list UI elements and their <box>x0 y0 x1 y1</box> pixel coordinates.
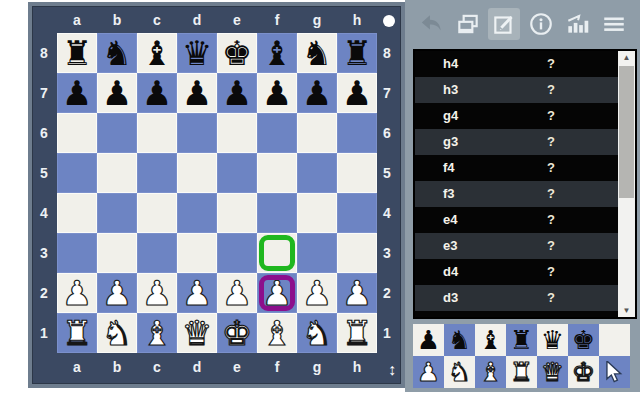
file-label-b: b <box>97 9 137 31</box>
cascade-windows-icon[interactable] <box>452 8 484 40</box>
scrollbar[interactable]: ▲ ▼ <box>618 51 635 317</box>
square-a3[interactable] <box>57 233 97 273</box>
rank-label-6: 6 <box>376 113 398 153</box>
square-a1[interactable]: ♜ <box>57 313 97 353</box>
rank-label-2: 2 <box>376 273 398 313</box>
black-knight: ♞ <box>297 33 337 73</box>
square-c2[interactable]: ♟ <box>137 273 177 313</box>
square-b6[interactable] <box>97 113 137 153</box>
move-value: ? <box>547 51 555 77</box>
white-king: ♚ <box>217 313 257 353</box>
palette-black-queen[interactable]: ♛ <box>537 324 568 356</box>
palette-black-pawn[interactable]: ♟ <box>413 324 444 356</box>
white-rook: ♜ <box>57 313 97 353</box>
undo-arrow-icon[interactable] <box>415 8 447 40</box>
move-label: e3 <box>443 233 457 259</box>
square-a7[interactable]: ♟ <box>57 73 97 113</box>
file-label-g: g <box>297 9 337 31</box>
square-c8[interactable]: ♝ <box>137 33 177 73</box>
rank-labels-right: 87654321 <box>376 33 398 353</box>
black-bishop: ♝ <box>137 33 177 73</box>
palette-piece-glyph: ♝ <box>475 356 506 388</box>
move-row-c4[interactable]: c4? <box>415 311 618 317</box>
square-g8[interactable]: ♞ <box>297 33 337 73</box>
black-pawn: ♟ <box>217 73 257 113</box>
black-rook: ♜ <box>57 33 97 73</box>
square-d4[interactable] <box>177 193 217 233</box>
white-queen: ♛ <box>177 313 217 353</box>
side-panel: h4?h3?g4?g3?f4?f3?e4?e3?d4?d3?c4? ▲ ▼ ♟♞… <box>405 0 640 392</box>
palette-piece-glyph: ♞ <box>444 356 475 388</box>
square-d7[interactable]: ♟ <box>177 73 217 113</box>
move-label: h4 <box>443 51 458 77</box>
file-label-c: c <box>137 9 177 31</box>
move-label: h3 <box>443 77 458 103</box>
black-rook: ♜ <box>337 33 377 73</box>
black-king: ♚ <box>217 33 257 73</box>
square-c5[interactable] <box>137 153 177 193</box>
white-pawn: ♟ <box>97 273 137 313</box>
move-value: ? <box>547 259 555 285</box>
move-list-rows: h4?h3?g4?g3?f4?f3?e4?e3?d4?d3?c4? <box>415 51 618 317</box>
edit-position-icon[interactable] <box>488 8 520 40</box>
square-g2[interactable]: ♟ <box>297 273 337 313</box>
chess-board: ♜♞♝♛♚♝♞♜♟♟♟♟♟♟♟♟♟♟♟♟♟♟♟♟♜♞♝♛♚♝♞♜ <box>57 33 377 353</box>
black-pawn: ♟ <box>177 73 217 113</box>
palette-white-rook[interactable]: ♜ <box>506 356 537 388</box>
board-window: abcdefgh abcdefgh 87654321 87654321 ↕ ♜♞… <box>28 2 405 388</box>
square-b3[interactable] <box>97 233 137 273</box>
white-pawn: ♟ <box>137 273 177 313</box>
square-b8[interactable]: ♞ <box>97 33 137 73</box>
palette-piece-glyph: ♚ <box>568 356 599 388</box>
palette-piece-glyph: ♛ <box>537 356 568 388</box>
move-label: g3 <box>443 129 458 155</box>
square-h5[interactable] <box>337 153 377 193</box>
file-labels-top: abcdefgh <box>57 9 377 31</box>
square-g3[interactable] <box>297 233 337 273</box>
white-knight: ♞ <box>97 313 137 353</box>
move-row-e4[interactable]: e4? <box>415 207 618 233</box>
piece-palette: ♟♞♝♜♛♚♟♞♝♜♛♚ <box>413 324 630 388</box>
square-h4[interactable] <box>337 193 377 233</box>
square-b4[interactable] <box>97 193 137 233</box>
black-pawn: ♟ <box>257 73 297 113</box>
white-to-move-indicator-icon <box>383 15 395 27</box>
square-e8[interactable]: ♚ <box>217 33 257 73</box>
palette-empty-cell[interactable] <box>599 324 630 356</box>
move-row-h3[interactable]: h3? <box>415 77 618 103</box>
square-c7[interactable]: ♟ <box>137 73 177 113</box>
board-frame: abcdefgh abcdefgh 87654321 87654321 ↕ ♜♞… <box>32 6 401 384</box>
square-a4[interactable] <box>57 193 97 233</box>
scroll-down-icon[interactable]: ▼ <box>618 306 635 315</box>
move-label: f3 <box>443 181 455 207</box>
file-label-e: e <box>217 9 257 31</box>
file-label-a: a <box>57 356 97 378</box>
file-label-h: h <box>337 356 377 378</box>
black-queen: ♛ <box>177 33 217 73</box>
rank-label-5: 5 <box>376 153 398 193</box>
palette-black-king[interactable]: ♚ <box>568 324 599 356</box>
white-pawn: ♟ <box>57 273 97 313</box>
move-value: ? <box>547 155 555 181</box>
white-pawn: ♟ <box>297 273 337 313</box>
menu-icon[interactable] <box>598 8 630 40</box>
rank-label-5: 5 <box>33 153 55 193</box>
black-pawn: ♟ <box>97 73 137 113</box>
file-label-g: g <box>297 356 337 378</box>
square-e7[interactable]: ♟ <box>217 73 257 113</box>
square-f6[interactable] <box>257 113 297 153</box>
palette-piece-glyph: ♟ <box>413 324 444 356</box>
move-value: ? <box>547 103 555 129</box>
move-value: ? <box>547 285 555 311</box>
move-row-d4[interactable]: d4? <box>415 259 618 285</box>
square-g7[interactable]: ♟ <box>297 73 337 113</box>
move-row-f3[interactable]: f3? <box>415 181 618 207</box>
square-f4[interactable] <box>257 193 297 233</box>
palette-piece-glyph: ♝ <box>475 324 506 356</box>
square-a2[interactable]: ♟ <box>57 273 97 313</box>
file-label-f: f <box>257 9 297 31</box>
file-label-d: d <box>177 356 217 378</box>
scroll-up-icon[interactable]: ▲ <box>618 53 635 62</box>
file-label-h: h <box>337 9 377 31</box>
square-f1[interactable]: ♝ <box>257 313 297 353</box>
square-g6[interactable] <box>297 113 337 153</box>
palette-white-king[interactable]: ♚ <box>568 356 599 388</box>
stats-chart-icon[interactable] <box>561 8 593 40</box>
palette-white-knight[interactable]: ♞ <box>444 356 475 388</box>
move-value: ? <box>547 207 555 233</box>
square-f8[interactable]: ♝ <box>257 33 297 73</box>
file-label-f: f <box>257 356 297 378</box>
square-f3[interactable] <box>257 233 297 273</box>
square-a6[interactable] <box>57 113 97 153</box>
square-d8[interactable]: ♛ <box>177 33 217 73</box>
white-bishop: ♝ <box>257 313 297 353</box>
square-b7[interactable]: ♟ <box>97 73 137 113</box>
palette-black-knight[interactable]: ♞ <box>444 324 475 356</box>
file-label-c: c <box>137 356 177 378</box>
rank-label-7: 7 <box>33 73 55 113</box>
square-d6[interactable] <box>177 113 217 153</box>
square-h8[interactable]: ♜ <box>337 33 377 73</box>
rank-label-6: 6 <box>33 113 55 153</box>
move-value: ? <box>547 77 555 103</box>
square-h6[interactable] <box>337 113 377 153</box>
cursor-tool[interactable] <box>599 356 630 388</box>
square-a5[interactable] <box>57 153 97 193</box>
square-g1[interactable]: ♞ <box>297 313 337 353</box>
white-pawn: ♟ <box>217 273 257 313</box>
move-value: ? <box>547 129 555 155</box>
move-row-e3[interactable]: e3? <box>415 233 618 259</box>
file-label-a: a <box>57 9 97 31</box>
black-knight: ♞ <box>97 33 137 73</box>
square-e5[interactable] <box>217 153 257 193</box>
move-label: c4 <box>443 311 457 317</box>
file-label-b: b <box>97 356 137 378</box>
move-row-g3[interactable]: g3? <box>415 129 618 155</box>
square-d2[interactable]: ♟ <box>177 273 217 313</box>
move-row-g4[interactable]: g4? <box>415 103 618 129</box>
move-label: e4 <box>443 207 457 233</box>
square-d1[interactable]: ♛ <box>177 313 217 353</box>
square-f2[interactable]: ♟ <box>257 273 297 313</box>
square-g5[interactable] <box>297 153 337 193</box>
palette-black-bishop[interactable]: ♝ <box>475 324 506 356</box>
move-label: g4 <box>443 103 458 129</box>
move-label: d4 <box>443 259 458 285</box>
square-f7[interactable]: ♟ <box>257 73 297 113</box>
square-g4[interactable] <box>297 193 337 233</box>
black-pawn: ♟ <box>137 73 177 113</box>
palette-piece-glyph: ♛ <box>537 324 568 356</box>
square-h3[interactable] <box>337 233 377 273</box>
rank-label-8: 8 <box>376 33 398 73</box>
black-bishop: ♝ <box>257 33 297 73</box>
board-resize-icon[interactable]: ↕ <box>388 361 396 379</box>
move-row-f4[interactable]: f4? <box>415 155 618 181</box>
square-e4[interactable] <box>217 193 257 233</box>
rank-label-2: 2 <box>33 273 55 313</box>
rank-label-3: 3 <box>33 233 55 273</box>
square-b5[interactable] <box>97 153 137 193</box>
white-rook: ♜ <box>337 313 377 353</box>
info-icon[interactable] <box>525 8 557 40</box>
palette-white-pawn[interactable]: ♟ <box>413 356 444 388</box>
square-d3[interactable] <box>177 233 217 273</box>
palette-piece-glyph: ♜ <box>506 324 537 356</box>
palette-white-bishop[interactable]: ♝ <box>475 356 506 388</box>
file-label-e: e <box>217 356 257 378</box>
square-f5[interactable] <box>257 153 297 193</box>
move-list: h4?h3?g4?g3?f4?f3?e4?e3?d4?d3?c4? ▲ ▼ <box>413 49 637 319</box>
black-pawn: ♟ <box>297 73 337 113</box>
palette-black-rook[interactable]: ♜ <box>506 324 537 356</box>
square-b1[interactable]: ♞ <box>97 313 137 353</box>
square-e3[interactable] <box>217 233 257 273</box>
square-e6[interactable] <box>217 113 257 153</box>
rank-label-3: 3 <box>376 233 398 273</box>
square-h7[interactable]: ♟ <box>337 73 377 113</box>
white-pawn: ♟ <box>177 273 217 313</box>
rank-labels-left: 87654321 <box>33 33 55 353</box>
rank-label-4: 4 <box>33 193 55 233</box>
black-pawn: ♟ <box>337 73 377 113</box>
palette-piece-glyph: ♜ <box>506 356 537 388</box>
palette-piece-glyph: ♚ <box>568 324 599 356</box>
rank-label-8: 8 <box>33 33 55 73</box>
square-e2[interactable]: ♟ <box>217 273 257 313</box>
move-label: f4 <box>443 155 455 181</box>
palette-piece-glyph: ♟ <box>413 356 444 388</box>
square-c6[interactable] <box>137 113 177 153</box>
square-a8[interactable]: ♜ <box>57 33 97 73</box>
square-h1[interactable]: ♜ <box>337 313 377 353</box>
move-row-d3[interactable]: d3? <box>415 285 618 311</box>
square-d5[interactable] <box>177 153 217 193</box>
white-bishop: ♝ <box>137 313 177 353</box>
rank-label-1: 1 <box>376 313 398 353</box>
white-pawn: ♟ <box>337 273 377 313</box>
move-value: ? <box>547 311 555 317</box>
highlight-f3 <box>259 235 295 271</box>
white-pawn: ♟ <box>257 273 297 313</box>
scrollbar-thumb[interactable] <box>619 66 634 198</box>
square-c1[interactable]: ♝ <box>137 313 177 353</box>
palette-piece-glyph: ♞ <box>444 324 475 356</box>
rank-label-7: 7 <box>376 73 398 113</box>
rank-label-1: 1 <box>33 313 55 353</box>
file-labels-bottom: abcdefgh <box>57 356 377 378</box>
rank-label-4: 4 <box>376 193 398 233</box>
black-pawn: ♟ <box>57 73 97 113</box>
square-h2[interactable]: ♟ <box>337 273 377 313</box>
toolbar <box>405 0 640 47</box>
white-knight: ♞ <box>297 313 337 353</box>
move-value: ? <box>547 233 555 259</box>
square-e1[interactable]: ♚ <box>217 313 257 353</box>
file-label-d: d <box>177 9 217 31</box>
palette-white-queen[interactable]: ♛ <box>537 356 568 388</box>
app-window: abcdefgh abcdefgh 87654321 87654321 ↕ ♜♞… <box>0 0 640 400</box>
square-b2[interactable]: ♟ <box>97 273 137 313</box>
move-row-h4[interactable]: h4? <box>415 51 618 77</box>
move-value: ? <box>547 181 555 207</box>
square-c4[interactable] <box>137 193 177 233</box>
move-label: d3 <box>443 285 458 311</box>
square-c3[interactable] <box>137 233 177 273</box>
